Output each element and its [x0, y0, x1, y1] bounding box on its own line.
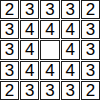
grid-cell-r4c4[interactable]: 4: [61, 61, 80, 80]
grid-cell-r4c1[interactable]: 3: [0, 61, 19, 80]
grid-cell-r1c2[interactable]: 3: [20, 0, 39, 19]
grid-cell-r3c3-empty[interactable]: [40, 40, 59, 59]
puzzle-board: 233323444334433444323332: [0, 0, 100, 100]
grid-cell-r5c5[interactable]: 2: [81, 81, 100, 100]
grid-cell-r3c2[interactable]: 4: [20, 40, 39, 59]
grid-cell-r2c3[interactable]: 4: [40, 20, 59, 39]
grid-cell-r2c4[interactable]: 4: [61, 20, 80, 39]
grid-cell-r1c3[interactable]: 3: [40, 0, 59, 19]
grid-cell-r4c3[interactable]: 4: [40, 61, 59, 80]
grid-cell-r2c2[interactable]: 4: [20, 20, 39, 39]
grid-cell-r1c4[interactable]: 3: [61, 0, 80, 19]
grid-cell-r2c5[interactable]: 3: [81, 20, 100, 39]
grid-cell-r2c1[interactable]: 3: [0, 20, 19, 39]
grid-cell-r4c2[interactable]: 4: [20, 61, 39, 80]
grid-cell-r4c5[interactable]: 3: [81, 61, 100, 80]
grid-cell-r3c4[interactable]: 4: [61, 40, 80, 59]
grid-cell-r5c1[interactable]: 2: [0, 81, 19, 100]
grid-cell-r3c1[interactable]: 3: [0, 40, 19, 59]
grid-cell-r1c1[interactable]: 2: [0, 0, 19, 19]
grid-cell-r5c3[interactable]: 3: [40, 81, 59, 100]
grid-cell-r5c2[interactable]: 3: [20, 81, 39, 100]
grid-cell-r1c5[interactable]: 2: [81, 0, 100, 19]
grid-cell-r3c5[interactable]: 3: [81, 40, 100, 59]
grid-cell-r5c4[interactable]: 3: [61, 81, 80, 100]
